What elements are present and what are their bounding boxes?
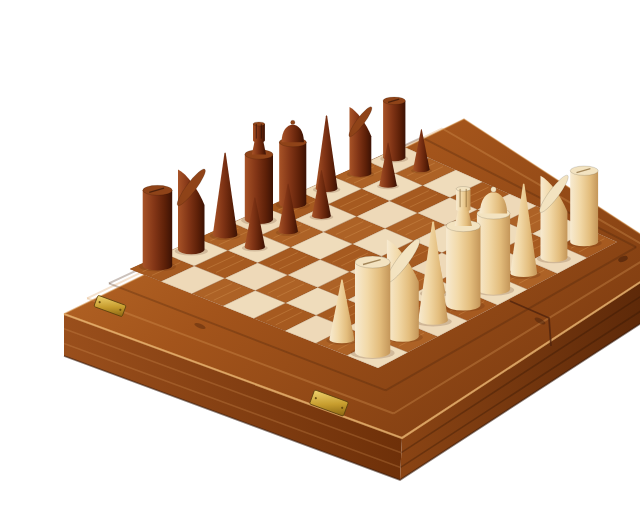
- black-king: black king on d8: [241, 122, 276, 225]
- black-queen: black queen on e8: [276, 120, 310, 209]
- black-rook: black rook on a8: [139, 185, 176, 271]
- black-bishop: black bishop on f8: [313, 115, 340, 193]
- black-knight: black knight on b8: [174, 166, 209, 255]
- white-rook: white rook on h1: [567, 166, 602, 248]
- chess-board-svg: black rook on h8 black pawn on h7 black …: [40, 16, 640, 525]
- black-rook: black rook on h8: [380, 97, 408, 163]
- black-bishop: black bishop on c8: [210, 152, 241, 240]
- black-knight: black knight on g8: [346, 105, 374, 178]
- white-rook: white rook on a1: [351, 256, 395, 359]
- chess-set-photo: black rook on h8 black pawn on h7 black …: [40, 16, 640, 525]
